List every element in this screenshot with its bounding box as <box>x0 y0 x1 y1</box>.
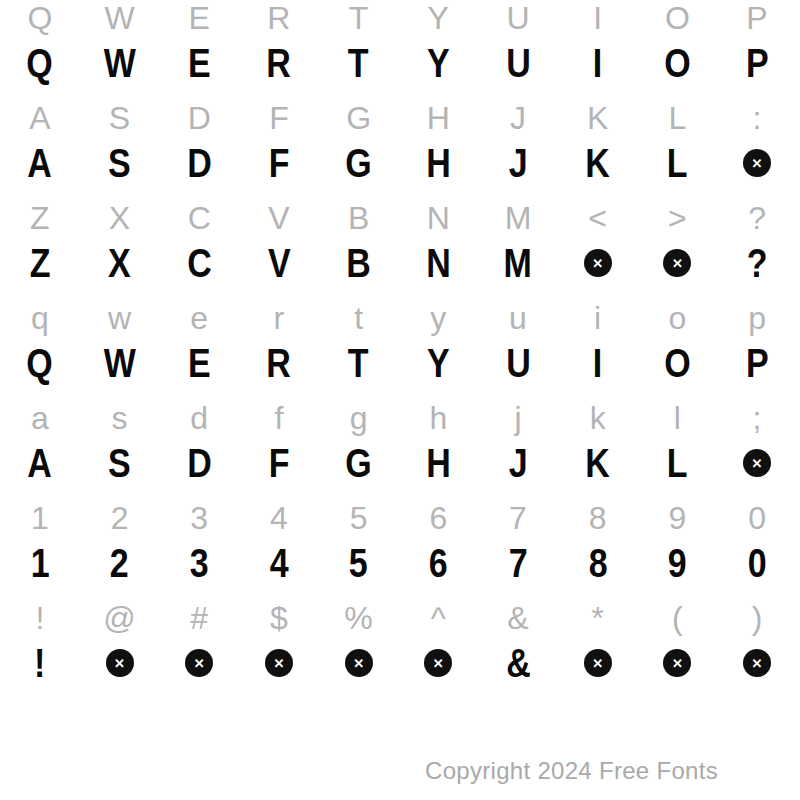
label-cell-r6c8: 8 <box>558 500 638 536</box>
label-cell-r3c2: X <box>80 200 160 236</box>
glyph-cell-r5c5: G <box>319 436 399 490</box>
glyph-cell-r5c1: A <box>0 436 80 490</box>
label-cell-r5c10: ; <box>717 400 797 436</box>
font-glyph: A <box>28 143 53 183</box>
glyph-cell-r2c4: F <box>239 136 319 190</box>
font-glyph: L <box>667 443 688 483</box>
font-glyph: T <box>348 343 369 383</box>
label-cell-r6c1: 1 <box>0 500 80 536</box>
label-cell-r1c6: Y <box>398 0 478 36</box>
missing-glyph-icon: ✕ <box>584 249 612 277</box>
glyph-cell-r5c8: K <box>558 436 638 490</box>
font-glyph: W <box>103 43 135 83</box>
label-cell-r6c10: 0 <box>717 500 797 536</box>
glyph-cell-r1c3: E <box>159 36 239 90</box>
font-glyph: Y <box>427 343 450 383</box>
label-cell-r7c3: # <box>159 600 239 636</box>
label-cell-r4c2: w <box>80 300 160 336</box>
glyph-cell-r6c5: 5 <box>319 536 399 590</box>
label-cell-r6c9: 9 <box>638 500 718 536</box>
font-glyph: O <box>664 343 690 383</box>
missing-glyph-icon: ✕ <box>424 649 452 677</box>
font-glyph: I <box>593 43 602 83</box>
glyph-cell-r7c6: ✕ <box>398 636 478 690</box>
missing-glyph-icon: ✕ <box>743 649 771 677</box>
font-glyph: Y <box>427 43 450 83</box>
label-cell-r7c2: @ <box>80 600 160 636</box>
label-cell-r4c8: i <box>558 300 638 336</box>
label-cell-r5c7: j <box>478 400 558 436</box>
label-cell-r7c1: ! <box>0 600 80 636</box>
label-cell-r5c6: h <box>398 400 478 436</box>
font-glyph: Z <box>29 243 50 283</box>
label-cell-r6c2: 2 <box>80 500 160 536</box>
label-cell-r7c9: ( <box>638 600 718 636</box>
glyph-cell-r7c10: ✕ <box>717 636 797 690</box>
label-cell-r1c10: P <box>717 0 797 36</box>
charmap-group-7: !@#$%^&*()!✕✕✕✕✕&✕✕✕ <box>0 600 800 700</box>
label-cell-r3c7: M <box>478 200 558 236</box>
glyph-cell-r2c5: G <box>319 136 399 190</box>
font-glyph: M <box>504 243 532 283</box>
font-glyph: ? <box>747 243 768 283</box>
glyph-cell-r2c8: K <box>558 136 638 190</box>
glyph-cell-r5c2: S <box>80 436 160 490</box>
font-glyph: X <box>108 243 131 283</box>
label-cell-r1c4: R <box>239 0 319 36</box>
label-cell-r7c7: & <box>478 600 558 636</box>
font-glyph: K <box>585 443 610 483</box>
label-cell-r5c4: f <box>239 400 319 436</box>
font-glyph: 8 <box>588 543 607 583</box>
font-glyph: T <box>348 43 369 83</box>
glyph-cell-r3c4: V <box>239 236 319 290</box>
glyph-cell-r1c7: U <box>478 36 558 90</box>
font-glyph: L <box>667 143 688 183</box>
glyph-cell-r3c2: X <box>80 236 160 290</box>
label-cell-r5c3: d <box>159 400 239 436</box>
font-glyph: & <box>506 643 531 683</box>
glyph-cell-r6c2: 2 <box>80 536 160 590</box>
charmap-group-4: qwertyuiopQWERTYUIOP <box>0 300 800 400</box>
label-cell-r2c6: H <box>398 100 478 136</box>
glyph-cell-r4c8: I <box>558 336 638 390</box>
charmap-group-6: 12345678901234567890 <box>0 500 800 600</box>
label-cell-r7c6: ^ <box>398 600 478 636</box>
label-cell-r2c10: : <box>717 100 797 136</box>
label-cell-r5c9: l <box>638 400 718 436</box>
label-cell-r1c9: O <box>638 0 718 36</box>
character-map-grid: QWERTYUIOPQWERTYUIOPASDFGHJKL:ASDFGHJKL✕… <box>0 0 800 700</box>
label-cell-r4c5: t <box>319 300 399 336</box>
font-glyph: Q <box>27 43 53 83</box>
label-cell-r6c6: 6 <box>398 500 478 536</box>
glyph-cell-r7c9: ✕ <box>638 636 718 690</box>
label-cell-r2c3: D <box>159 100 239 136</box>
glyph-cell-r5c7: J <box>478 436 558 490</box>
glyph-cell-r7c8: ✕ <box>558 636 638 690</box>
label-cell-r1c1: Q <box>0 0 80 36</box>
label-cell-r4c7: u <box>478 300 558 336</box>
charmap-group-2: ASDFGHJKL:ASDFGHJKL✕ <box>0 100 800 200</box>
glyph-cell-r2c9: L <box>638 136 718 190</box>
charmap-group-3: ZXCVBNM<>?ZXCVBNM✕✕? <box>0 200 800 300</box>
font-glyph: 2 <box>110 543 129 583</box>
missing-glyph-icon: ✕ <box>743 449 771 477</box>
label-cell-r3c5: B <box>319 200 399 236</box>
font-glyph: 9 <box>668 543 687 583</box>
glyph-cell-r2c1: A <box>0 136 80 190</box>
glyph-cell-r6c1: 1 <box>0 536 80 590</box>
font-glyph: 3 <box>190 543 209 583</box>
glyph-cell-r6c7: 7 <box>478 536 558 590</box>
font-glyph: E <box>188 43 211 83</box>
glyph-cell-r6c6: 6 <box>398 536 478 590</box>
glyph-cell-r1c8: I <box>558 36 638 90</box>
glyph-cell-r2c3: D <box>159 136 239 190</box>
font-glyph: B <box>346 243 371 283</box>
missing-glyph-icon: ✕ <box>584 649 612 677</box>
glyph-cell-r3c5: B <box>319 236 399 290</box>
font-glyph: U <box>506 43 531 83</box>
glyph-cell-r7c1: ! <box>0 636 80 690</box>
label-cell-r7c10: ) <box>717 600 797 636</box>
font-glyph: ! <box>34 643 45 683</box>
glyph-cell-r2c7: J <box>478 136 558 190</box>
missing-glyph-icon: ✕ <box>265 649 293 677</box>
font-glyph: 6 <box>429 543 448 583</box>
label-cell-r2c8: K <box>558 100 638 136</box>
font-glyph: G <box>345 143 371 183</box>
font-glyph: R <box>267 43 292 83</box>
charmap-group-1: QWERTYUIOPQWERTYUIOP <box>0 0 800 100</box>
glyph-cell-r4c9: O <box>638 336 718 390</box>
glyph-cell-r6c10: 0 <box>717 536 797 590</box>
glyph-cell-r3c8: ✕ <box>558 236 638 290</box>
label-cell-r2c5: G <box>319 100 399 136</box>
charmap-group-5: asdfghjkl;ASDFGHJKL✕ <box>0 400 800 500</box>
font-glyph: U <box>506 343 531 383</box>
missing-glyph-icon: ✕ <box>345 649 373 677</box>
label-cell-r5c5: g <box>319 400 399 436</box>
glyph-cell-r4c5: T <box>319 336 399 390</box>
font-glyph: G <box>345 443 371 483</box>
glyph-cell-r2c6: H <box>398 136 478 190</box>
font-glyph: E <box>188 343 211 383</box>
glyph-cell-r6c8: 8 <box>558 536 638 590</box>
glyph-cell-r3c6: N <box>398 236 478 290</box>
label-cell-r4c1: q <box>0 300 80 336</box>
label-cell-r1c3: E <box>159 0 239 36</box>
label-cell-r6c7: 7 <box>478 500 558 536</box>
glyph-cell-r3c1: Z <box>0 236 80 290</box>
label-cell-r1c7: U <box>478 0 558 36</box>
label-cell-r5c8: k <box>558 400 638 436</box>
glyph-cell-r4c7: U <box>478 336 558 390</box>
glyph-cell-r1c4: R <box>239 36 319 90</box>
label-cell-r1c5: T <box>319 0 399 36</box>
font-glyph: F <box>269 143 290 183</box>
font-glyph: P <box>746 343 769 383</box>
glyph-cell-r1c1: Q <box>0 36 80 90</box>
label-cell-r5c1: a <box>0 400 80 436</box>
glyph-cell-r1c5: T <box>319 36 399 90</box>
label-cell-r3c1: Z <box>0 200 80 236</box>
missing-glyph-icon: ✕ <box>663 249 691 277</box>
missing-glyph-icon: ✕ <box>663 649 691 677</box>
label-cell-r3c10: ? <box>717 200 797 236</box>
label-cell-r6c4: 4 <box>239 500 319 536</box>
font-glyph: H <box>426 443 451 483</box>
glyph-cell-r7c4: ✕ <box>239 636 319 690</box>
font-glyph: R <box>267 343 292 383</box>
font-glyph: 4 <box>269 543 288 583</box>
font-glyph: C <box>187 243 212 283</box>
font-glyph: J <box>509 143 528 183</box>
missing-glyph-icon: ✕ <box>185 649 213 677</box>
font-glyph: S <box>108 143 131 183</box>
label-cell-r4c9: o <box>638 300 718 336</box>
glyph-cell-r6c9: 9 <box>638 536 718 590</box>
glyph-cell-r4c3: E <box>159 336 239 390</box>
glyph-cell-r6c4: 4 <box>239 536 319 590</box>
missing-glyph-icon: ✕ <box>743 149 771 177</box>
label-cell-r2c9: L <box>638 100 718 136</box>
font-glyph: 5 <box>349 543 368 583</box>
font-glyph: H <box>426 143 451 183</box>
glyph-cell-r3c7: M <box>478 236 558 290</box>
font-glyph: D <box>187 143 212 183</box>
copyright-text: Copyright 2024 Free Fonts <box>425 757 718 785</box>
glyph-cell-r5c3: D <box>159 436 239 490</box>
label-cell-r5c2: s <box>80 400 160 436</box>
label-cell-r6c3: 3 <box>159 500 239 536</box>
font-glyph: O <box>664 43 690 83</box>
label-cell-r7c8: * <box>558 600 638 636</box>
font-glyph: F <box>269 443 290 483</box>
label-cell-r4c4: r <box>239 300 319 336</box>
label-cell-r6c5: 5 <box>319 500 399 536</box>
glyph-cell-r1c9: O <box>638 36 718 90</box>
glyph-cell-r5c4: F <box>239 436 319 490</box>
label-cell-r7c4: $ <box>239 600 319 636</box>
glyph-cell-r4c10: P <box>717 336 797 390</box>
font-glyph: Q <box>27 343 53 383</box>
glyph-cell-r1c10: P <box>717 36 797 90</box>
label-cell-r2c7: J <box>478 100 558 136</box>
font-glyph: 0 <box>748 543 767 583</box>
glyph-cell-r4c1: Q <box>0 336 80 390</box>
font-glyph: J <box>509 443 528 483</box>
glyph-cell-r4c6: Y <box>398 336 478 390</box>
label-cell-r2c2: S <box>80 100 160 136</box>
label-cell-r1c8: I <box>558 0 638 36</box>
label-cell-r3c4: V <box>239 200 319 236</box>
font-glyph: 7 <box>509 543 528 583</box>
label-cell-r2c1: A <box>0 100 80 136</box>
font-glyph: D <box>187 443 212 483</box>
label-cell-r4c10: p <box>717 300 797 336</box>
label-cell-r1c2: W <box>80 0 160 36</box>
glyph-cell-r4c4: R <box>239 336 319 390</box>
glyph-cell-r2c10: ✕ <box>717 136 797 190</box>
label-cell-r3c9: > <box>638 200 718 236</box>
glyph-cell-r2c2: S <box>80 136 160 190</box>
font-glyph: N <box>426 243 451 283</box>
font-glyph: P <box>746 43 769 83</box>
glyph-cell-r5c6: H <box>398 436 478 490</box>
glyph-cell-r3c10: ? <box>717 236 797 290</box>
label-cell-r3c3: C <box>159 200 239 236</box>
label-cell-r2c4: F <box>239 100 319 136</box>
label-cell-r4c6: y <box>398 300 478 336</box>
glyph-cell-r3c9: ✕ <box>638 236 718 290</box>
font-glyph: K <box>585 143 610 183</box>
font-glyph: W <box>103 343 135 383</box>
glyph-cell-r7c3: ✕ <box>159 636 239 690</box>
label-cell-r7c5: % <box>319 600 399 636</box>
font-glyph: A <box>28 443 53 483</box>
glyph-cell-r4c2: W <box>80 336 160 390</box>
glyph-cell-r1c6: Y <box>398 36 478 90</box>
glyph-cell-r5c10: ✕ <box>717 436 797 490</box>
glyph-cell-r5c9: L <box>638 436 718 490</box>
font-glyph: 1 <box>30 543 49 583</box>
glyph-cell-r6c3: 3 <box>159 536 239 590</box>
glyph-cell-r7c2: ✕ <box>80 636 160 690</box>
glyph-cell-r1c2: W <box>80 36 160 90</box>
label-cell-r3c8: < <box>558 200 638 236</box>
glyph-cell-r7c7: & <box>478 636 558 690</box>
missing-glyph-icon: ✕ <box>106 649 134 677</box>
label-cell-r4c3: e <box>159 300 239 336</box>
glyph-cell-r7c5: ✕ <box>319 636 399 690</box>
label-cell-r3c6: N <box>398 200 478 236</box>
glyph-cell-r3c3: C <box>159 236 239 290</box>
font-glyph: S <box>108 443 131 483</box>
font-glyph: I <box>593 343 602 383</box>
font-glyph: V <box>268 243 291 283</box>
